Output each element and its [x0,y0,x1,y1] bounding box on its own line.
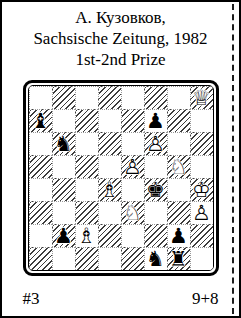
white-knight: ♞♘ [122,203,143,224]
material-count-label: 9+8 [192,289,219,309]
square-f3 [144,201,167,224]
square-g4 [167,178,190,201]
square-e7 [121,109,144,132]
square-e6 [121,132,144,155]
square-f8 [144,86,167,109]
black-pawn: ♟ [168,226,189,247]
square-a4 [29,178,52,201]
square-h3: ♟♙ [190,201,213,224]
square-h1 [190,247,213,270]
square-d6 [98,132,121,155]
square-e4 [121,178,144,201]
author-name: А. Кузовков, [2,7,239,28]
square-d3 [98,201,121,224]
square-b4 [52,178,75,201]
chess-board-frame: ♛♕♝♟♞♟♙♟♙♞♘♝♗♚♚♔♞♘♟♙♟♝♗♟♞♜ [23,80,219,276]
square-e2 [121,224,144,247]
square-f1: ♞ [144,247,167,270]
square-b5 [52,155,75,178]
white-queen: ♛♕ [191,88,212,109]
square-b6: ♞ [52,132,75,155]
caption-row: #3 9+8 [23,289,219,309]
white-knight: ♞♘ [168,157,189,178]
square-f2 [144,224,167,247]
square-e5: ♟♙ [121,155,144,178]
square-a6 [29,132,52,155]
white-pawn: ♟♙ [191,203,212,224]
square-c8 [75,86,98,109]
square-c3 [75,201,98,224]
square-h7 [190,109,213,132]
square-h5 [190,155,213,178]
square-c7 [75,109,98,132]
square-d8 [98,86,121,109]
square-d2 [98,224,121,247]
square-c6 [75,132,98,155]
square-e3: ♞♘ [121,201,144,224]
square-d5 [98,155,121,178]
square-c5 [75,155,98,178]
white-bishop: ♝♗ [99,180,120,201]
square-g6 [167,132,190,155]
black-pawn: ♟ [145,111,166,132]
square-h8: ♛♕ [190,86,213,109]
square-c1 [75,247,98,270]
black-king: ♚ [145,180,166,201]
square-g7 [167,109,190,132]
square-a3 [29,201,52,224]
stipulation-label: #3 [23,289,40,309]
square-a7: ♝ [29,109,52,132]
award: 1st-2nd Prize [2,49,239,70]
square-h4: ♚♔ [190,178,213,201]
black-rook: ♜ [168,249,189,270]
square-a8 [29,86,52,109]
chess-board: ♛♕♝♟♞♟♙♟♙♞♘♝♗♚♚♔♞♘♟♙♟♝♗♟♞♜ [29,86,213,270]
square-e8 [121,86,144,109]
problem-header: А. Кузовков, Sachsische Zeitung, 1982 1s… [2,7,239,70]
square-g2: ♟ [167,224,190,247]
black-knight: ♞ [53,134,74,155]
white-pawn: ♟♙ [145,134,166,155]
square-f7: ♟ [144,109,167,132]
square-d1 [98,247,121,270]
square-g1: ♜ [167,247,190,270]
square-h2 [190,224,213,247]
square-g3 [167,201,190,224]
square-c2: ♝♗ [75,224,98,247]
square-g8 [167,86,190,109]
square-a5 [29,155,52,178]
square-b3 [52,201,75,224]
square-b2: ♟ [52,224,75,247]
square-c4 [75,178,98,201]
square-b8 [52,86,75,109]
square-f5 [144,155,167,178]
white-bishop: ♝♗ [76,226,97,247]
white-king: ♚♔ [191,180,212,201]
square-f4: ♚ [144,178,167,201]
square-a2 [29,224,52,247]
black-bishop: ♝ [30,111,51,132]
white-pawn: ♟♙ [122,157,143,178]
black-knight: ♞ [145,249,166,270]
square-d4: ♝♗ [98,178,121,201]
square-g5: ♞♘ [167,155,190,178]
source-and-year: Sachsische Zeitung, 1982 [2,28,239,49]
page-edge-dashed-line [232,4,234,314]
square-h6 [190,132,213,155]
square-d7 [98,109,121,132]
chess-board-inner-frame: ♛♕♝♟♞♟♙♟♙♞♘♝♗♚♚♔♞♘♟♙♟♝♗♟♞♜ [28,85,214,271]
black-pawn: ♟ [53,226,74,247]
square-b1 [52,247,75,270]
square-e1 [121,247,144,270]
square-b7 [52,109,75,132]
square-f6: ♟♙ [144,132,167,155]
problem-diagram-page: А. Кузовков, Sachsische Zeitung, 1982 1s… [0,0,241,318]
square-a1 [29,247,52,270]
